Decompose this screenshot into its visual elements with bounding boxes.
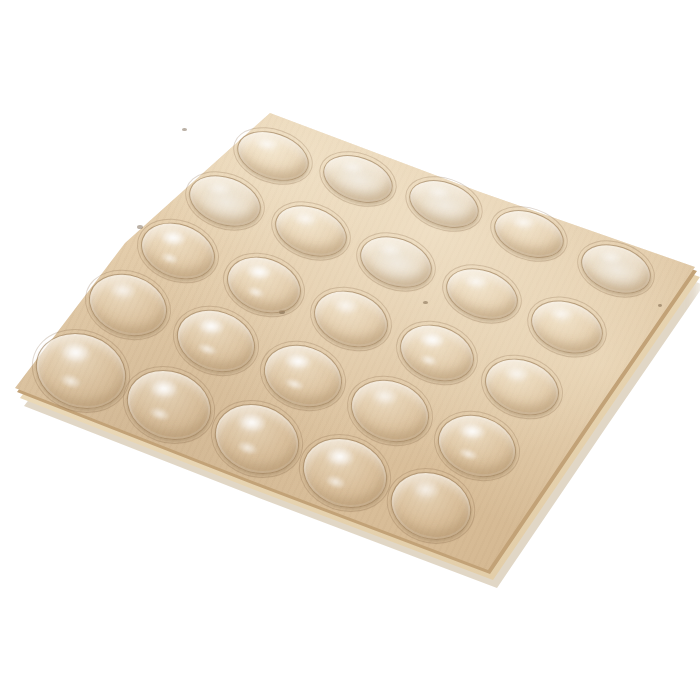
bumper-pad-r3c5 xyxy=(477,349,566,425)
bumper-pad-r1c3 xyxy=(403,171,485,236)
secondary-highlight xyxy=(196,340,219,358)
bumper-pad-r1c4 xyxy=(488,201,570,266)
secondary-highlight xyxy=(418,352,440,368)
bumper-pad-r2c4 xyxy=(439,259,525,328)
specular-highlight xyxy=(284,351,313,371)
specular-highlight xyxy=(378,242,405,258)
specular-highlight xyxy=(511,215,537,230)
specular-highlight xyxy=(371,386,400,406)
secondary-highlight xyxy=(457,445,480,463)
bumper-pad-r2c2 xyxy=(268,196,354,265)
secondary-highlight xyxy=(323,473,348,493)
specular-highlight xyxy=(411,479,441,501)
bumper-pad-r3c4 xyxy=(392,315,481,391)
specular-highlight xyxy=(148,377,180,399)
secondary-highlight xyxy=(245,284,267,300)
specular-highlight xyxy=(159,228,187,246)
bumper-pad-r1c2 xyxy=(317,146,399,211)
specular-highlight xyxy=(549,306,576,323)
specular-highlight xyxy=(207,181,234,197)
specular-highlight xyxy=(464,274,491,290)
specular-highlight xyxy=(503,364,531,382)
specular-highlight xyxy=(324,445,356,467)
secondary-highlight xyxy=(159,250,181,266)
specular-highlight xyxy=(254,136,281,151)
specular-highlight xyxy=(197,316,226,336)
specular-highlight xyxy=(293,211,320,227)
bumper-pad-grid xyxy=(0,0,700,700)
specular-highlight xyxy=(458,421,487,441)
product-photo-stage xyxy=(0,0,700,700)
specular-highlight xyxy=(245,262,273,280)
specular-highlight xyxy=(332,296,360,314)
secondary-highlight xyxy=(57,371,84,392)
secondary-highlight xyxy=(283,375,306,393)
specular-highlight xyxy=(109,280,138,300)
specular-highlight xyxy=(236,411,268,433)
specular-highlight xyxy=(598,249,624,264)
secondary-highlight xyxy=(147,405,172,425)
specular-highlight xyxy=(340,160,366,175)
bumper-pad-r2c5 xyxy=(524,291,610,362)
secondary-highlight xyxy=(235,439,260,459)
specular-highlight xyxy=(418,330,446,348)
specular-highlight xyxy=(59,340,93,364)
specular-highlight xyxy=(426,185,452,200)
bumper-pad-r1c5 xyxy=(574,236,657,303)
bumper-pad-r2c3 xyxy=(353,227,439,296)
